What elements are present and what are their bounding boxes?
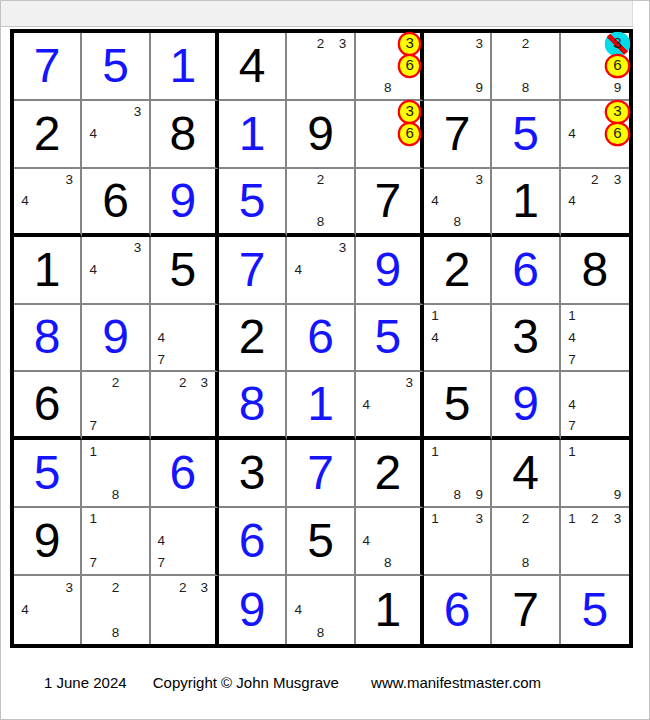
candidate-3: 3 [606, 169, 629, 190]
solved-digit: 6 [512, 246, 539, 294]
candidate-6-highlighted: 6 [605, 54, 630, 79]
footer: 1 June 2024 Copyright © John Musgrave ww… [44, 674, 541, 691]
cell-r6c4[interactable]: 8 [219, 372, 287, 440]
candidate-3: 3 [332, 33, 354, 55]
given-digit: 7 [512, 586, 539, 634]
cell-r8c6[interactable]: 48 [356, 508, 424, 576]
cell-r4c3[interactable]: 5 [151, 237, 219, 305]
cell-r6c7[interactable]: 5 [424, 372, 492, 440]
solved-digit: 5 [102, 42, 129, 90]
cell-r5c6[interactable]: 5 [356, 305, 424, 373]
candidate-4: 4 [424, 327, 446, 349]
cell-r7c9[interactable]: 19 [561, 440, 629, 508]
given-digit: 5 [169, 246, 196, 294]
given-digit: 7 [374, 177, 401, 225]
cell-r5c9[interactable]: 147 [561, 305, 629, 373]
candidate-3-highlighted: 3 [397, 32, 421, 57]
candidate-4: 4 [561, 190, 584, 211]
cell-r8c4[interactable]: 6 [219, 508, 287, 576]
cell-r1c5[interactable]: 23 [287, 33, 355, 101]
cell-r7c8[interactable]: 4 [492, 440, 560, 508]
cell-r1c1[interactable]: 7 [14, 33, 82, 101]
cell-r1c3[interactable]: 1 [151, 33, 219, 101]
cell-r4c7[interactable]: 2 [424, 237, 492, 305]
cell-r8c3[interactable]: 47 [151, 508, 219, 576]
cell-r6c2[interactable]: 27 [82, 372, 150, 440]
cell-r8c2[interactable]: 17 [82, 508, 150, 576]
candidate-2: 2 [104, 372, 126, 393]
cell-r7c5[interactable]: 7 [287, 440, 355, 508]
window-chrome-bar [1, 1, 633, 27]
cell-r5c1[interactable]: 8 [14, 305, 82, 373]
candidate-8: 8 [446, 211, 468, 232]
cell-r5c5[interactable]: 6 [287, 305, 355, 373]
candidate-1: 1 [82, 440, 104, 462]
candidate-4: 4 [287, 259, 309, 281]
candidate-3-highlighted: 3 [397, 100, 421, 125]
solved-digit: 9 [512, 380, 539, 428]
solved-digit: 6 [444, 586, 471, 634]
candidate-7: 7 [151, 348, 172, 370]
candidate-8: 8 [104, 621, 126, 644]
cell-r1c4[interactable]: 4 [219, 33, 287, 101]
solved-digit: 7 [34, 42, 61, 90]
cell-r6c1[interactable]: 6 [14, 372, 82, 440]
cell-r4c5[interactable]: 34 [287, 237, 355, 305]
cell-r9c7[interactable]: 6 [424, 576, 492, 644]
given-digit: 8 [169, 110, 196, 158]
candidate-8: 8 [309, 211, 331, 232]
candidate-4: 4 [151, 530, 172, 552]
cell-r8c9[interactable]: 123 [561, 508, 629, 576]
candidate-3-eliminated: 3 [605, 32, 630, 57]
candidate-4: 4 [82, 259, 104, 281]
cell-r2c5[interactable]: 9 [287, 101, 355, 169]
candidate-3: 3 [468, 508, 490, 530]
given-digit: 2 [374, 449, 401, 497]
candidate-4: 4 [14, 599, 36, 622]
cell-r5c4[interactable]: 2 [219, 305, 287, 373]
cell-r9c5[interactable]: 48 [287, 576, 355, 644]
candidate-8: 8 [514, 77, 536, 99]
given-digit: 6 [34, 380, 61, 428]
candidate-7: 7 [151, 552, 172, 574]
cell-r5c8[interactable]: 3 [492, 305, 560, 373]
solved-digit: 1 [169, 42, 196, 90]
cell-r7c2[interactable]: 18 [82, 440, 150, 508]
given-digit: 2 [239, 313, 266, 361]
cell-r5c3[interactable]: 47 [151, 305, 219, 373]
sudoku-board: 7514233683928369234819367534634695287348… [10, 29, 633, 648]
solved-digit: 9 [102, 313, 129, 361]
candidate-1: 1 [561, 508, 584, 530]
given-digit: 1 [374, 586, 401, 634]
cell-r8c8[interactable]: 28 [492, 508, 560, 576]
cell-r7c1[interactable]: 5 [14, 440, 82, 508]
solved-digit: 5 [239, 177, 266, 225]
candidate-8: 8 [377, 552, 398, 574]
solved-digit: 6 [239, 517, 266, 565]
cell-r7c3[interactable]: 6 [151, 440, 219, 508]
solved-digit: 5 [34, 449, 61, 497]
solved-digit: 5 [581, 586, 608, 634]
candidate-1: 1 [561, 440, 584, 462]
solved-digit: 1 [307, 380, 334, 428]
candidate-3: 3 [127, 101, 149, 123]
candidate-3: 3 [58, 576, 80, 599]
cell-r7c4[interactable]: 3 [219, 440, 287, 508]
candidate-8: 8 [514, 552, 536, 574]
candidate-2: 2 [104, 576, 126, 599]
footer-date: 1 June 2024 [44, 674, 127, 691]
candidate-1: 1 [82, 508, 104, 530]
cell-r6c8[interactable]: 9 [492, 372, 560, 440]
solved-digit: 9 [169, 177, 196, 225]
candidate-8: 8 [446, 484, 468, 506]
cell-r4c6[interactable]: 9 [356, 237, 424, 305]
solved-digit: 8 [239, 380, 266, 428]
candidate-2: 2 [172, 372, 193, 393]
cell-r1c2[interactable]: 5 [82, 33, 150, 101]
candidate-3: 3 [399, 372, 420, 393]
solved-digit: 9 [239, 586, 266, 634]
given-digit: 5 [307, 517, 334, 565]
cell-r3c3[interactable]: 9 [151, 169, 219, 237]
given-digit: 9 [307, 110, 334, 158]
cell-r1c6[interactable]: 368 [356, 33, 424, 101]
candidate-4: 4 [424, 190, 446, 211]
cell-r5c7[interactable]: 14 [424, 305, 492, 373]
candidate-4: 4 [82, 123, 104, 145]
candidate-3: 3 [468, 33, 490, 55]
solved-digit: 7 [239, 246, 266, 294]
given-digit: 4 [239, 42, 266, 90]
candidate-4: 4 [287, 599, 309, 622]
solved-digit: 5 [512, 110, 539, 158]
candidate-9: 9 [468, 77, 490, 99]
cell-r8c1[interactable]: 9 [14, 508, 82, 576]
candidate-9: 9 [606, 484, 629, 506]
cell-r2c1[interactable]: 2 [14, 101, 82, 169]
solved-digit: 6 [307, 313, 334, 361]
candidate-1: 1 [424, 440, 446, 462]
candidate-8: 8 [104, 484, 126, 506]
candidate-2: 2 [309, 33, 331, 55]
footer-website: www.manifestmaster.com [371, 674, 541, 691]
cell-r6c9[interactable]: 47 [561, 372, 629, 440]
candidate-1: 1 [561, 305, 584, 327]
candidate-6-highlighted: 6 [397, 122, 421, 147]
cell-r3c1[interactable]: 34 [14, 169, 82, 237]
given-digit: 3 [239, 449, 266, 497]
candidate-2: 2 [309, 169, 331, 190]
cell-r9c2[interactable]: 28 [82, 576, 150, 644]
cell-r9c4[interactable]: 9 [219, 576, 287, 644]
cell-r3c2[interactable]: 6 [82, 169, 150, 237]
cell-r3c6[interactable]: 7 [356, 169, 424, 237]
given-digit: 4 [512, 449, 539, 497]
footer-copyright: Copyright © John Musgrave [153, 674, 339, 691]
cell-r9c3[interactable]: 23 [151, 576, 219, 644]
cell-r2c9[interactable]: 346 [561, 101, 629, 169]
cell-r4c2[interactable]: 34 [82, 237, 150, 305]
solved-digit: 5 [374, 313, 401, 361]
candidate-2: 2 [172, 576, 193, 599]
candidate-2: 2 [583, 169, 606, 190]
cell-r3c7[interactable]: 348 [424, 169, 492, 237]
cell-r2c8[interactable]: 5 [492, 101, 560, 169]
solved-digit: 9 [374, 246, 401, 294]
cell-r1c9[interactable]: 369 [561, 33, 629, 101]
candidate-3: 3 [58, 169, 80, 190]
cell-r4c9[interactable]: 8 [561, 237, 629, 305]
candidate-4: 4 [356, 530, 377, 552]
cell-r3c9[interactable]: 234 [561, 169, 629, 237]
cell-r9c8[interactable]: 7 [492, 576, 560, 644]
candidate-4: 4 [356, 394, 377, 415]
cell-r2c7[interactable]: 7 [424, 101, 492, 169]
given-digit: 7 [444, 110, 471, 158]
cell-r4c8[interactable]: 6 [492, 237, 560, 305]
cell-r2c4[interactable]: 1 [219, 101, 287, 169]
cell-r7c7[interactable]: 189 [424, 440, 492, 508]
candidate-6-highlighted: 6 [605, 122, 630, 147]
cell-r6c5[interactable]: 1 [287, 372, 355, 440]
candidate-4: 4 [561, 327, 584, 349]
cell-r3c8[interactable]: 1 [492, 169, 560, 237]
candidate-3: 3 [194, 576, 215, 599]
given-digit: 8 [581, 246, 608, 294]
cell-r6c3[interactable]: 23 [151, 372, 219, 440]
cell-r8c7[interactable]: 13 [424, 508, 492, 576]
cell-r4c1[interactable]: 1 [14, 237, 82, 305]
given-digit: 2 [444, 246, 471, 294]
candidate-7: 7 [82, 552, 104, 574]
candidate-7: 7 [561, 348, 584, 370]
cell-r6c6[interactable]: 34 [356, 372, 424, 440]
solved-digit: 6 [169, 449, 196, 497]
candidate-3-highlighted: 3 [605, 100, 630, 125]
candidate-9: 9 [606, 77, 629, 99]
cell-r9c9[interactable]: 5 [561, 576, 629, 644]
given-digit: 3 [512, 313, 539, 361]
candidate-8: 8 [377, 77, 398, 99]
given-digit: 1 [512, 177, 539, 225]
candidate-1: 1 [424, 508, 446, 530]
candidate-3: 3 [606, 508, 629, 530]
given-digit: 9 [34, 517, 61, 565]
cell-r3c5[interactable]: 28 [287, 169, 355, 237]
candidate-9: 9 [468, 484, 490, 506]
candidate-3: 3 [194, 372, 215, 393]
cell-r4c4[interactable]: 7 [219, 237, 287, 305]
cell-r3c4[interactable]: 5 [219, 169, 287, 237]
candidate-2: 2 [514, 33, 536, 55]
candidate-4: 4 [151, 327, 172, 349]
cell-r9c6[interactable]: 1 [356, 576, 424, 644]
candidate-3: 3 [468, 169, 490, 190]
cell-r2c6[interactable]: 36 [356, 101, 424, 169]
candidate-7: 7 [82, 415, 104, 436]
given-digit: 5 [444, 380, 471, 428]
candidate-4: 4 [561, 394, 584, 415]
candidate-8: 8 [309, 621, 331, 644]
given-digit: 2 [34, 110, 61, 158]
candidate-1: 1 [424, 305, 446, 327]
candidate-6-highlighted: 6 [397, 54, 421, 79]
candidate-2: 2 [514, 508, 536, 530]
given-digit: 6 [102, 177, 129, 225]
cell-r1c7[interactable]: 39 [424, 33, 492, 101]
cell-r5c2[interactable]: 9 [82, 305, 150, 373]
candidate-7: 7 [561, 415, 584, 436]
cell-r2c2[interactable]: 34 [82, 101, 150, 169]
candidate-3: 3 [127, 237, 149, 259]
cell-r1c8[interactable]: 28 [492, 33, 560, 101]
given-digit: 1 [34, 246, 61, 294]
candidate-4: 4 [561, 123, 584, 145]
cell-r7c6[interactable]: 2 [356, 440, 424, 508]
candidate-2: 2 [583, 508, 606, 530]
candidate-3: 3 [332, 237, 354, 259]
cell-r8c5[interactable]: 5 [287, 508, 355, 576]
cell-r2c3[interactable]: 8 [151, 101, 219, 169]
solved-digit: 8 [34, 313, 61, 361]
candidate-4: 4 [14, 190, 36, 211]
cell-r9c1[interactable]: 34 [14, 576, 82, 644]
solved-digit: 1 [239, 110, 266, 158]
solved-digit: 7 [307, 449, 334, 497]
page: { "game": "sudoku", "position": "7514000… [0, 0, 650, 720]
